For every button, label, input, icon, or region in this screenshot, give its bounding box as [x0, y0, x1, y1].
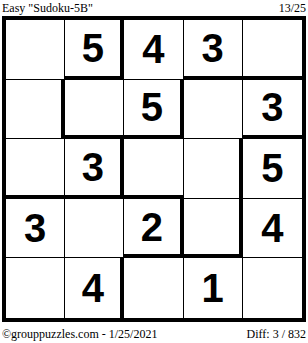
given-digit: 4 — [142, 29, 164, 69]
cell-r2c5[interactable]: 3 — [243, 80, 302, 140]
cell-r2c3[interactable]: 5 — [124, 80, 183, 140]
cell-r3c5[interactable]: 5 — [243, 139, 302, 199]
cell-r3c4[interactable] — [184, 139, 243, 199]
cell-r3c3[interactable] — [124, 139, 183, 199]
cell-r3c2[interactable]: 3 — [65, 139, 124, 199]
cell-r4c3[interactable]: 2 — [124, 199, 183, 259]
cell-r5c1[interactable] — [6, 258, 65, 318]
given-digit: 3 — [202, 28, 224, 68]
given-digit: 2 — [141, 207, 163, 247]
cell-r5c3[interactable] — [124, 258, 183, 318]
given-digit: 1 — [202, 268, 224, 308]
copyright-text: ©grouppuzzles.com - 1/25/2021 — [2, 327, 157, 341]
cell-r5c5[interactable] — [243, 258, 302, 318]
given-digit: 4 — [261, 208, 283, 248]
cell-r1c2[interactable]: 5 — [65, 20, 124, 80]
cell-r4c5[interactable]: 4 — [243, 199, 302, 259]
given-digit: 5 — [141, 87, 163, 127]
given-digit: 3 — [261, 87, 283, 127]
given-digit: 3 — [82, 147, 104, 187]
puzzle-page: Easy "Sudoku-5B" 13/25 543533532441 ©gro… — [0, 0, 308, 343]
cell-r1c4[interactable]: 3 — [184, 20, 243, 80]
difficulty-text: Diff: 3 / 832 — [247, 327, 306, 341]
given-digit: 3 — [24, 208, 46, 248]
cell-r2c1[interactable] — [6, 80, 65, 140]
cell-r3c1[interactable] — [6, 139, 65, 199]
puzzle-counter: 13/25 — [279, 1, 306, 15]
cell-r1c1[interactable] — [6, 20, 65, 80]
cell-r4c1[interactable]: 3 — [6, 199, 65, 259]
page-title: Easy "Sudoku-5B" — [2, 1, 93, 15]
cell-r5c4[interactable]: 1 — [184, 258, 243, 318]
cell-r2c2[interactable] — [65, 80, 124, 140]
cell-r2c4[interactable] — [184, 80, 243, 140]
cell-r4c4[interactable] — [184, 199, 243, 259]
sudoku-grid: 543533532441 — [2, 16, 306, 322]
cell-r5c2[interactable]: 4 — [65, 258, 124, 318]
cell-r4c2[interactable] — [65, 199, 124, 259]
given-digit: 5 — [261, 148, 283, 188]
cell-r1c3[interactable]: 4 — [124, 20, 183, 80]
given-digit: 4 — [82, 268, 104, 308]
given-digit: 5 — [82, 28, 104, 68]
cell-r1c5[interactable] — [243, 20, 302, 80]
